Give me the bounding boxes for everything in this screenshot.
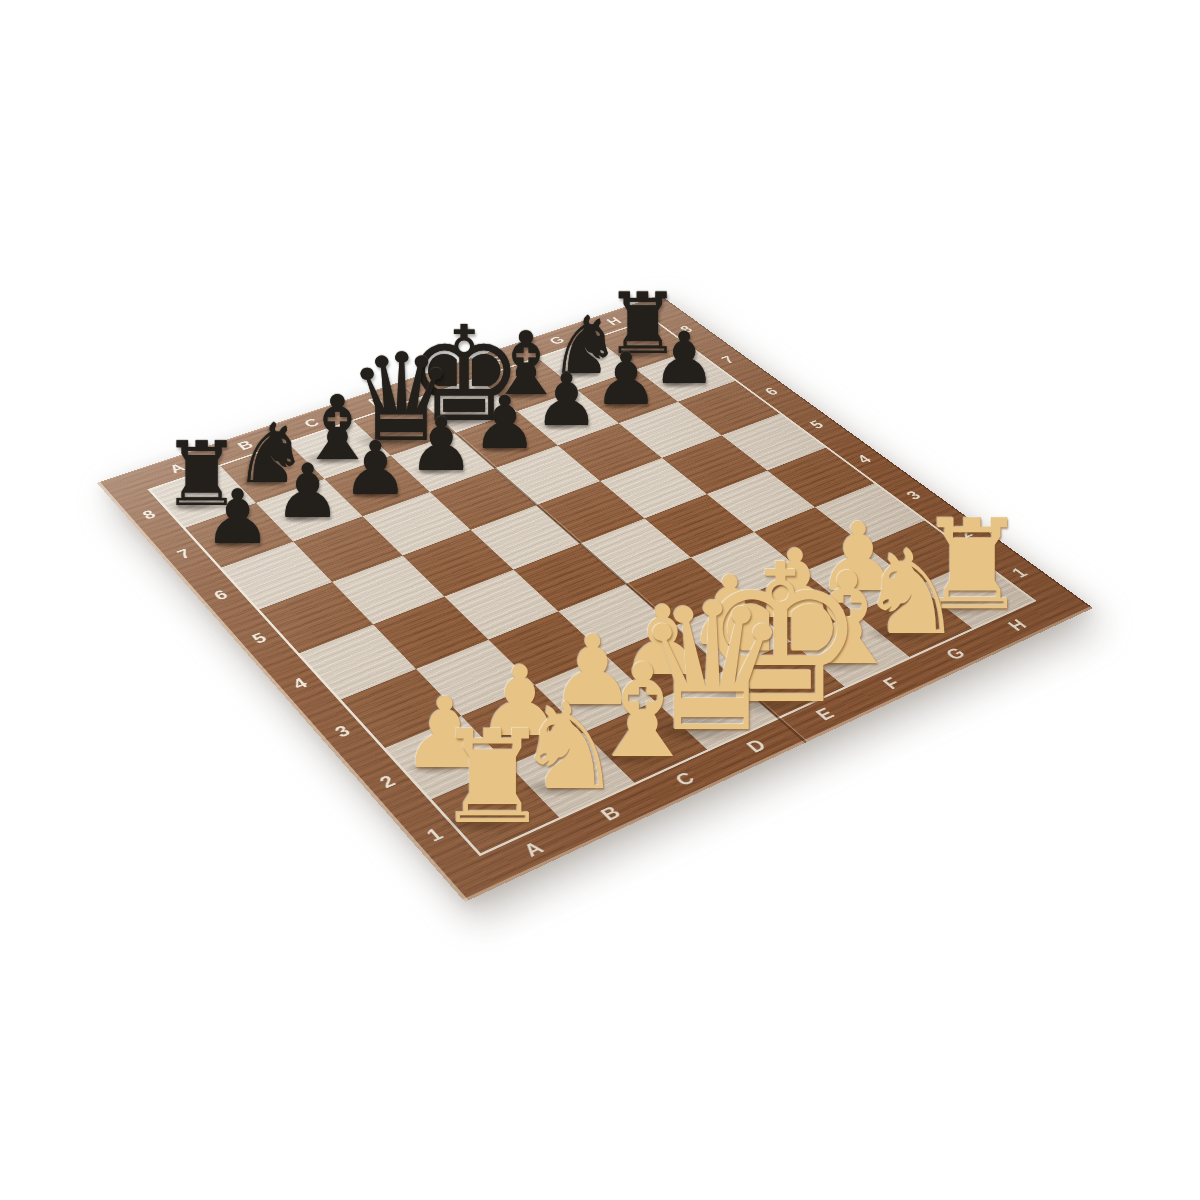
- black-pawn-a7[interactable]: ♟: [138, 480, 338, 555]
- product-photo-stage: AA88BB77CC66DD55EE44FF33GG22HH11 ♜♞♝♛♚♝♞…: [0, 0, 1200, 1200]
- white-rook-a1[interactable]: ♜: [393, 714, 593, 843]
